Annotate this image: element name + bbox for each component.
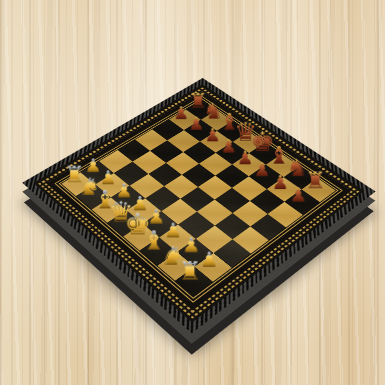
piece-red-pawn-h7: ♟ (286, 185, 311, 204)
piece-gold-rook-h1: ♜ (176, 258, 203, 284)
square-e4 (180, 187, 215, 212)
product-photo: ♜♞♝♛♚♝♞♜♟♟♟♟♟♟♟♟♟♟♟♟♟♟♟♟♜♞♝♛♚♝♞♜ (0, 0, 385, 385)
frame-inner-black-band: ♜♞♝♛♚♝♞♜♟♟♟♟♟♟♟♟♟♟♟♟♟♟♟♟♜♞♝♛♚♝♞♜ (46, 91, 351, 310)
chess-box: ♜♞♝♛♚♝♞♜♟♟♟♟♟♟♟♟♟♟♟♟♟♟♟♟♜♞♝♛♚♝♞♜ (22, 78, 375, 333)
frame-gold-line-border: ♜♞♝♛♚♝♞♜♟♟♟♟♟♟♟♟♟♟♟♟♟♟♟♟♜♞♝♛♚♝♞♜ (54, 96, 342, 303)
frame-black-band: ♜♞♝♛♚♝♞♜♟♟♟♟♟♟♟♟♟♟♟♟♟♟♟♟♜♞♝♛♚♝♞♜ (33, 84, 364, 322)
frame-gold-ornament-band: ♜♞♝♛♚♝♞♜♟♟♟♟♟♟♟♟♟♟♟♟♟♟♟♟♜♞♝♛♚♝♞♜ (37, 86, 359, 318)
scene-stage: ♜♞♝♛♚♝♞♜♟♟♟♟♟♟♟♟♟♟♟♟♟♟♟♟♜♞♝♛♚♝♞♜ (0, 0, 385, 385)
board-frame-braid: ♜♞♝♛♚♝♞♜♟♟♟♟♟♟♟♟♟♟♟♟♟♟♟♟♜♞♝♛♚♝♞♜ (22, 78, 375, 333)
square-a5 (135, 129, 167, 151)
